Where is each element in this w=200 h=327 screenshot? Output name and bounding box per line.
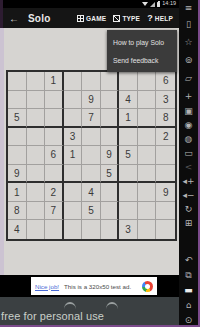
overflow-menu: How to play Solo Send feedback: [107, 30, 177, 72]
cell-r8c8[interactable]: [138, 202, 157, 221]
cell-r3c2[interactable]: [27, 109, 46, 128]
rotate-device-icon[interactable]: ▱: [179, 71, 198, 85]
gps-icon[interactable]: ⊚: [179, 53, 198, 67]
cell-r1c1[interactable]: [8, 72, 27, 91]
cell-r4c7[interactable]: [119, 128, 138, 147]
cell-r9c2[interactable]: [27, 220, 46, 239]
android-back-icon[interactable]: ↶: [179, 253, 198, 267]
cell-r4c2[interactable]: [27, 128, 46, 147]
cell-r9c5[interactable]: [82, 220, 101, 239]
ad-bar: Nice job! This is a 320x50 test ad.: [0, 275, 179, 297]
cell-r1c9[interactable]: 6: [156, 72, 175, 91]
cell-r6c8[interactable]: [138, 165, 157, 184]
cell-r6c3[interactable]: [45, 165, 64, 184]
watermark-text: free for personal use: [1, 310, 104, 322]
battery-icon: [157, 2, 160, 7]
menu-icon[interactable]: ≡: [179, 1, 198, 15]
cell-r9c3[interactable]: [45, 220, 64, 239]
cell-r7c9[interactable]: 9: [156, 183, 175, 202]
window-edge-top-left: [0, 0, 3, 28]
cell-r2c9[interactable]: 3: [156, 91, 175, 110]
game-menu-label: GAME: [86, 15, 106, 22]
volume-up-icon[interactable]: ◂+: [179, 174, 198, 188]
cell-r6c1[interactable]: 9: [8, 165, 27, 184]
screenshot-icon[interactable]: ▣: [179, 104, 198, 118]
game-menu-button[interactable]: GAME: [77, 15, 106, 22]
screenshot-root: 14:19 ← Solo GAME TYPE ? HELP: [0, 0, 200, 327]
cell-r4c6[interactable]: [101, 128, 120, 147]
type-diagonal-icon: [113, 15, 120, 22]
cell-r3c1[interactable]: 5: [8, 109, 27, 128]
cell-r9c6[interactable]: [101, 220, 120, 239]
cell-r1c7[interactable]: [119, 72, 138, 91]
home-icon[interactable]: ⌂: [179, 298, 198, 312]
cell-r7c3[interactable]: 2: [45, 183, 64, 202]
cell-r6c9[interactable]: [156, 165, 175, 184]
cell-r4c1[interactable]: [8, 128, 27, 147]
share-icon[interactable]: <: [179, 160, 198, 174]
cell-r9c4[interactable]: [64, 220, 83, 239]
cell-r6c6[interactable]: 5: [101, 165, 120, 184]
cell-r3c6[interactable]: [101, 109, 120, 128]
cell-r4c5[interactable]: [82, 128, 101, 147]
cell-r7c5[interactable]: 4: [82, 183, 101, 202]
cell-r5c7[interactable]: 5: [119, 146, 138, 165]
navbar-icon[interactable]: ▬: [179, 283, 198, 297]
type-menu-label: TYPE: [122, 15, 140, 22]
cell-r9c1[interactable]: 4: [8, 220, 27, 239]
rotate-screen-icon[interactable]: ↻: [179, 202, 198, 216]
cell-r3c9[interactable]: 8: [156, 109, 175, 128]
cell-r2c2[interactable]: [27, 91, 46, 110]
cell-r2c8[interactable]: [138, 91, 157, 110]
cell-r2c7[interactable]: 4: [119, 91, 138, 110]
window-edge-right: [198, 0, 200, 327]
cell-r1c6[interactable]: [101, 72, 120, 91]
cell-r8c6[interactable]: [101, 202, 120, 221]
cell-r4c9[interactable]: 2: [156, 128, 175, 147]
cell-r8c4[interactable]: [64, 202, 83, 221]
sms-icon[interactable]: ▭: [179, 146, 198, 160]
cellular-signal-icon: [150, 2, 155, 7]
cell-r7c4[interactable]: [64, 183, 83, 202]
camera-icon[interactable]: ◉: [179, 118, 198, 132]
cell-r8c3[interactable]: 7: [45, 202, 64, 221]
cell-r6c5[interactable]: [82, 165, 101, 184]
cell-r2c6[interactable]: [101, 91, 120, 110]
cell-r7c2[interactable]: [27, 183, 46, 202]
cell-r9c9[interactable]: [156, 220, 175, 239]
back-button[interactable]: ←: [9, 13, 19, 24]
network-icon[interactable]: ◍: [179, 132, 198, 146]
volume-down-icon[interactable]: ◂−: [179, 188, 198, 202]
cell-r1c8[interactable]: [138, 72, 157, 91]
cell-r7c6[interactable]: [101, 183, 120, 202]
battery-icon[interactable]: ▯: [179, 17, 198, 31]
cell-r2c1[interactable]: [8, 91, 27, 110]
user-icon[interactable]: ☆: [179, 35, 198, 49]
fullscreen-icon[interactable]: ⊞: [179, 216, 198, 230]
pan-icon[interactable]: +: [179, 89, 198, 103]
cell-r2c4[interactable]: [64, 91, 83, 110]
cell-r6c2[interactable]: [27, 165, 46, 184]
cell-r7c7[interactable]: [119, 183, 138, 202]
ad-text: This is a 320x50 test ad.: [64, 283, 131, 290]
help-menu-button[interactable]: ? HELP: [147, 13, 173, 23]
cell-r3c8[interactable]: [138, 109, 157, 128]
cell-r5c2[interactable]: [27, 146, 46, 165]
ad-banner[interactable]: Nice job! This is a 320x50 test ad.: [31, 277, 157, 295]
window-edge-left: [0, 28, 4, 275]
app-bar: ← Solo GAME TYPE ? HELP: [0, 8, 179, 28]
cell-r4c4[interactable]: 3: [64, 128, 83, 147]
cell-r5c3[interactable]: 6: [45, 146, 64, 165]
nav-home-arc-icon[interactable]: [106, 302, 118, 309]
cell-r4c8[interactable]: [138, 128, 157, 147]
cell-r5c9[interactable]: [156, 146, 175, 165]
cell-r3c5[interactable]: 7: [82, 109, 101, 128]
clock-text: 14:19: [162, 1, 176, 7]
cell-r7c8[interactable]: [138, 183, 157, 202]
recents-icon[interactable]: ⧉: [179, 268, 198, 282]
cell-r1c3[interactable]: 1: [45, 72, 64, 91]
status-bar: 14:19: [0, 0, 179, 8]
watermark-zone: free for personal use: [0, 297, 179, 325]
menu-item-send-feedback[interactable]: Send feedback: [107, 57, 177, 64]
nav-back-arc-icon[interactable]: [64, 302, 76, 309]
cell-r2c3[interactable]: [45, 91, 64, 110]
cell-r8c5[interactable]: 5: [82, 202, 101, 221]
type-menu-button[interactable]: TYPE: [113, 15, 140, 22]
cell-r7c1[interactable]: 1: [8, 183, 27, 202]
cell-r6c7[interactable]: [119, 165, 138, 184]
cell-r5c5[interactable]: [82, 146, 101, 165]
cell-r8c9[interactable]: [156, 202, 175, 221]
cell-r9c7[interactable]: 3: [119, 220, 138, 239]
cell-r5c1[interactable]: [8, 146, 27, 165]
cell-r8c1[interactable]: 8: [8, 202, 27, 221]
game-grid-icon: [77, 15, 84, 22]
cell-r6c4[interactable]: [64, 165, 83, 184]
phone-screen: 14:19 ← Solo GAME TYPE ? HELP: [0, 0, 179, 327]
admob-logo-icon[interactable]: [142, 281, 153, 292]
page-title: Solo: [28, 13, 50, 24]
help-question-icon: ?: [147, 13, 153, 23]
cell-r5c6[interactable]: 9: [101, 146, 120, 165]
cell-r4c3[interactable]: [45, 128, 64, 147]
appbar-actions: GAME TYPE ? HELP: [77, 13, 179, 23]
menu-item-how-to-play[interactable]: How to play Solo: [107, 39, 177, 46]
cell-r1c2[interactable]: [27, 72, 46, 91]
cell-r2c5[interactable]: 9: [82, 91, 101, 110]
cell-r5c8[interactable]: [138, 146, 157, 165]
help-menu-label: HELP: [155, 15, 173, 22]
cell-r9c8[interactable]: [138, 220, 157, 239]
ad-link[interactable]: Nice job!: [35, 283, 59, 290]
cell-r3c3[interactable]: [45, 109, 64, 128]
cell-r3c7[interactable]: 1: [119, 109, 138, 128]
cell-r8c2[interactable]: [27, 202, 46, 221]
sudoku-grid[interactable]: 16943571832619595124987543: [6, 70, 177, 241]
cell-r1c5[interactable]: [82, 72, 101, 91]
cell-r1c4[interactable]: [64, 72, 83, 91]
cell-r8c7[interactable]: [119, 202, 138, 221]
cell-r5c4[interactable]: 1: [64, 146, 83, 165]
cell-r3c4[interactable]: [64, 109, 83, 128]
emulator-sidebar: ≡▯☆⊚▱+▣◉◍▭<◂+◂−↻⊞↶⧉▬⌂⊙: [179, 0, 200, 327]
wifi-icon: [142, 2, 148, 6]
